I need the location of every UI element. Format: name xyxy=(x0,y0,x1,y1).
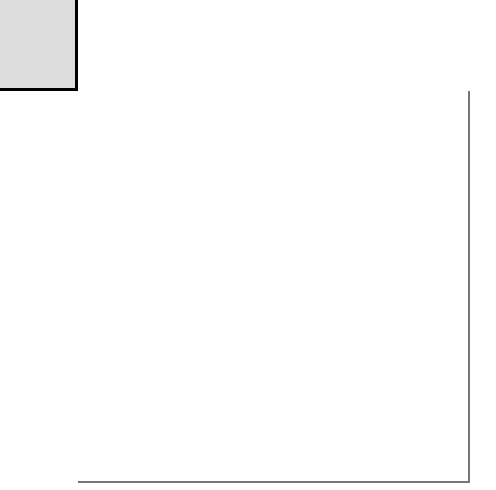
row-clues-block xyxy=(0,91,78,481)
corner-watermark xyxy=(0,0,78,91)
nonogram-page xyxy=(0,0,496,490)
puzzle-grid xyxy=(78,91,470,483)
column-clues-block xyxy=(78,0,468,91)
